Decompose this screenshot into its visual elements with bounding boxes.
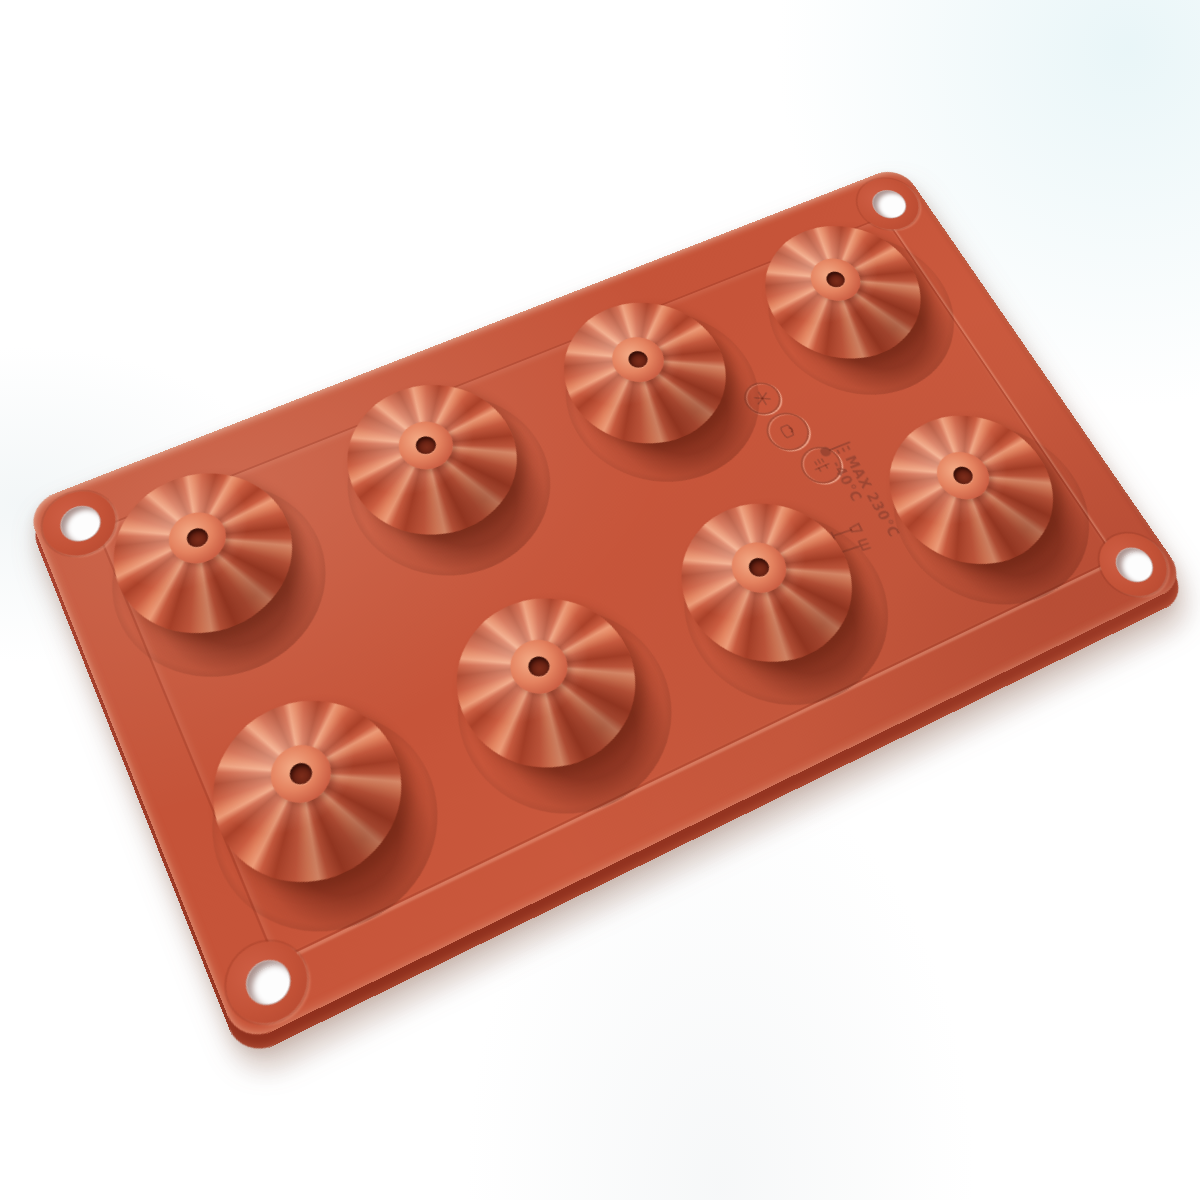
product-shadow: MAX 230°C -40°C — [0, 0, 1200, 1200]
product-photo: MAX 230°C -40°C — [0, 0, 1200, 1200]
baking-mold: MAX 230°C -40°C — [25, 165, 1188, 1047]
